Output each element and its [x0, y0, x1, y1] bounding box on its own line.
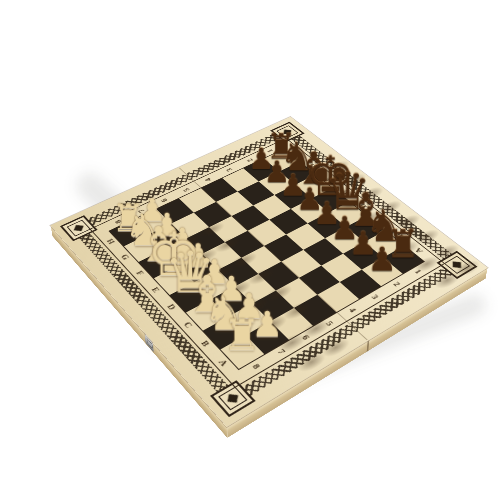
- product-photo-stage: HGFEDCBA HGFEDCBA 87654321 87654321 ♜♞♝♛…: [0, 0, 500, 500]
- piece-black-pawn[interactable]: ♟: [367, 243, 396, 276]
- fold-seam-edge: [367, 340, 369, 352]
- scene: HGFEDCBA HGFEDCBA 87654321 87654321 ♜♞♝♛…: [0, 0, 500, 500]
- piece-white-rook[interactable]: ♜: [223, 314, 261, 356]
- chess-board-box: HGFEDCBA HGFEDCBA 87654321 87654321 ♜♞♝♛…: [51, 117, 488, 427]
